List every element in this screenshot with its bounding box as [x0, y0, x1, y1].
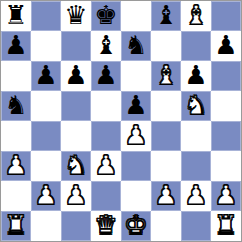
square-d3[interactable]: ♟ — [91, 151, 121, 181]
square-h1[interactable]: ♜ — [211, 211, 241, 241]
black-knight-e7: ♞ — [124, 32, 147, 58]
square-g2[interactable]: ♟ — [181, 181, 211, 211]
white-pawn-c2: ♟ — [64, 182, 87, 208]
square-f7[interactable] — [151, 31, 181, 61]
white-knight-c3: ♞ — [64, 152, 87, 178]
square-b1[interactable] — [31, 211, 61, 241]
square-b5[interactable] — [31, 91, 61, 121]
white-pawn-d3: ♟ — [94, 152, 117, 178]
square-b7[interactable] — [31, 31, 61, 61]
square-b8[interactable] — [31, 1, 61, 31]
black-pawn-e5: ♟ — [124, 92, 147, 118]
square-d1[interactable]: ♛ — [91, 211, 121, 241]
square-d8[interactable]: ♚ — [91, 1, 121, 31]
square-d2[interactable] — [91, 181, 121, 211]
square-f3[interactable] — [151, 151, 181, 181]
square-c8[interactable]: ♛ — [61, 1, 91, 31]
square-b6[interactable]: ♟ — [31, 61, 61, 91]
square-c4[interactable] — [61, 121, 91, 151]
square-h3[interactable] — [211, 151, 241, 181]
square-g1[interactable] — [181, 211, 211, 241]
black-bishop-f8: ♝ — [154, 2, 177, 28]
square-h8[interactable] — [211, 1, 241, 31]
white-pawn-e4: ♟ — [124, 122, 147, 148]
square-g5[interactable]: ♞ — [181, 91, 211, 121]
square-d6[interactable]: ♟ — [91, 61, 121, 91]
square-d4[interactable] — [91, 121, 121, 151]
square-a4[interactable] — [1, 121, 31, 151]
white-rook-h1: ♜ — [214, 212, 237, 238]
black-pawn-b6: ♟ — [34, 62, 57, 88]
black-pawn-h7: ♟ — [214, 32, 237, 58]
square-a3[interactable]: ♟ — [1, 151, 31, 181]
square-g8[interactable]: ♝ — [181, 1, 211, 31]
square-h4[interactable] — [211, 121, 241, 151]
black-pawn-d6: ♟ — [94, 62, 117, 88]
black-knight-a5: ♞ — [4, 92, 27, 118]
square-f2[interactable]: ♟ — [151, 181, 181, 211]
square-e2[interactable] — [121, 181, 151, 211]
square-a6[interactable] — [1, 61, 31, 91]
square-g3[interactable] — [181, 151, 211, 181]
square-a1[interactable]: ♜ — [1, 211, 31, 241]
square-a5[interactable]: ♞ — [1, 91, 31, 121]
square-e8[interactable] — [121, 1, 151, 31]
black-bishop-d7: ♝ — [94, 32, 117, 58]
square-e3[interactable] — [121, 151, 151, 181]
square-f5[interactable] — [151, 91, 181, 121]
square-c3[interactable]: ♞ — [61, 151, 91, 181]
square-a2[interactable] — [1, 181, 31, 211]
black-pawn-a7: ♟ — [4, 32, 27, 58]
square-h5[interactable] — [211, 91, 241, 121]
square-c2[interactable]: ♟ — [61, 181, 91, 211]
black-queen-c8: ♛ — [64, 2, 87, 28]
square-b2[interactable]: ♟ — [31, 181, 61, 211]
white-pawn-a3: ♟ — [4, 152, 27, 178]
white-pawn-b2: ♟ — [34, 182, 57, 208]
chess-board: ♜♛♚♝♝♟♝♞♟♟♟♟♝♟♞♟♞♟♟♞♟♟♟♟♟♟♜♛♚♜ — [0, 0, 242, 242]
square-b4[interactable] — [31, 121, 61, 151]
white-pawn-f2: ♟ — [154, 182, 177, 208]
square-b3[interactable] — [31, 151, 61, 181]
white-pawn-g2: ♟ — [184, 182, 207, 208]
square-g7[interactable] — [181, 31, 211, 61]
square-g4[interactable] — [181, 121, 211, 151]
black-pawn-c6: ♟ — [64, 62, 87, 88]
square-f4[interactable] — [151, 121, 181, 151]
square-d7[interactable]: ♝ — [91, 31, 121, 61]
white-king-e1: ♚ — [124, 212, 147, 238]
square-e4[interactable]: ♟ — [121, 121, 151, 151]
square-e6[interactable] — [121, 61, 151, 91]
square-e7[interactable]: ♞ — [121, 31, 151, 61]
square-f1[interactable] — [151, 211, 181, 241]
square-a8[interactable]: ♜ — [1, 1, 31, 31]
square-h6[interactable] — [211, 61, 241, 91]
white-knight-g5: ♞ — [184, 92, 207, 118]
square-c6[interactable]: ♟ — [61, 61, 91, 91]
white-rook-a1: ♜ — [4, 212, 27, 238]
white-queen-d1: ♛ — [94, 212, 117, 238]
black-pawn-g6: ♟ — [184, 62, 207, 88]
square-c5[interactable] — [61, 91, 91, 121]
square-e5[interactable]: ♟ — [121, 91, 151, 121]
black-king-d8: ♚ — [94, 2, 117, 28]
white-bishop-g8: ♝ — [184, 2, 207, 28]
square-f8[interactable]: ♝ — [151, 1, 181, 31]
white-pawn-h2: ♟ — [214, 182, 237, 208]
square-c7[interactable] — [61, 31, 91, 61]
square-d5[interactable] — [91, 91, 121, 121]
white-bishop-f6: ♝ — [154, 62, 177, 88]
square-g6[interactable]: ♟ — [181, 61, 211, 91]
black-rook-a8: ♜ — [4, 2, 27, 28]
square-h7[interactable]: ♟ — [211, 31, 241, 61]
square-e1[interactable]: ♚ — [121, 211, 151, 241]
square-a7[interactable]: ♟ — [1, 31, 31, 61]
square-c1[interactable] — [61, 211, 91, 241]
square-h2[interactable]: ♟ — [211, 181, 241, 211]
square-f6[interactable]: ♝ — [151, 61, 181, 91]
